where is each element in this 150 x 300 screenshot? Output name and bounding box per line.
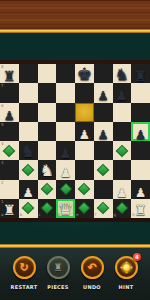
move-hint-diamond[interactable] [42,203,52,213]
bottom-toolbar: ↻ RESTART ♜ PIECES ↶ UNDO 4 HINT [0,248,150,300]
square-h8[interactable]: ♜ [131,64,150,83]
board-frame-bottom [0,218,150,222]
rank-label-3: 3 [1,161,4,165]
chess-piece-icon: ♜ [54,263,63,273]
square-g2[interactable]: ♟ [113,180,132,199]
square-g4[interactable] [113,141,132,160]
chess-board: 8♜♚♞♜7♟♟6♟5♟♟♟4♞♟3♞♟2♟♟♟1a♜bcd♛efgh♜ [0,64,150,218]
file-label-e: e [76,213,78,217]
black-pawn-d4[interactable]: ♟ [60,148,71,159]
restart-button[interactable]: ↻ RESTART [7,248,41,300]
square-f1[interactable]: f [94,199,113,218]
square-b2[interactable]: ♟ [19,180,38,199]
rank-label-7: 7 [1,84,4,88]
black-rook-a8[interactable]: ♜ [3,70,16,83]
square-g6[interactable] [113,103,132,122]
white-queen-d1[interactable]: ♛ [58,202,73,217]
square-g7[interactable]: ♟ [113,83,132,102]
black-knight-b4[interactable]: ♞ [21,145,35,159]
square-d2[interactable] [56,180,75,199]
black-rook-h8[interactable]: ♜ [134,70,147,83]
move-hint-diamond[interactable] [98,203,108,213]
white-knight-c3[interactable]: ♞ [40,164,54,178]
square-e6[interactable] [75,103,94,122]
square-b7[interactable] [19,83,38,102]
square-e3[interactable] [75,160,94,179]
pieces-button-circle: ♜ [47,256,70,279]
square-g3[interactable] [113,160,132,179]
square-d8[interactable] [56,64,75,83]
square-c6[interactable] [38,103,57,122]
square-c2[interactable] [38,180,57,199]
square-e4[interactable] [75,141,94,160]
square-b5[interactable] [19,122,38,141]
white-pawn-d3[interactable]: ♟ [60,167,71,178]
hint-badge: 4 [133,253,141,261]
restart-icon: ↻ [19,262,28,273]
white-rook-a1[interactable]: ♜ [3,204,16,217]
square-g1[interactable]: g [113,199,132,218]
app-screen: 8♜♚♞♜7♟♟6♟5♟♟♟4♞♟3♞♟2♟♟♟1a♜bcd♛efgh♜ ↻ R… [0,0,150,300]
white-pawn-b2[interactable]: ♟ [23,187,34,198]
pieces-label: PIECES [47,284,68,290]
square-g8[interactable]: ♞ [113,64,132,83]
move-hint-diamond[interactable] [117,146,127,156]
move-hint-diamond[interactable] [23,203,33,213]
square-f3[interactable] [94,160,113,179]
file-label-b: b [20,213,23,217]
square-f4[interactable] [94,141,113,160]
black-pawn-g7[interactable]: ♟ [116,90,127,101]
rank-label-4: 4 [1,142,4,146]
square-e1[interactable]: e [75,199,94,218]
file-label-g: g [114,213,117,217]
undo-button-circle: ↶ [81,256,104,279]
square-b6[interactable] [19,103,38,122]
white-pawn-g2[interactable]: ♟ [116,187,127,198]
square-h4[interactable] [131,141,150,160]
square-c3[interactable]: ♞ [38,160,57,179]
move-hint-diamond[interactable] [98,165,108,175]
pieces-button[interactable]: ♜ PIECES [41,248,75,300]
square-c4[interactable] [38,141,57,160]
square-a5[interactable]: 5 [0,122,19,141]
square-d5[interactable] [56,122,75,141]
square-g5[interactable] [113,122,132,141]
square-e2[interactable] [75,180,94,199]
move-hint-diamond[interactable] [117,203,127,213]
square-f6[interactable] [94,103,113,122]
hint-button[interactable]: 4 HINT [109,248,143,300]
move-hint-diamond[interactable] [79,184,89,194]
move-hint-diamond[interactable] [61,184,71,194]
square-d7[interactable] [56,83,75,102]
hint-label: HINT [119,284,134,290]
square-a8[interactable]: 8♜ [0,64,19,83]
square-h7[interactable] [131,83,150,102]
square-d4[interactable]: ♟ [56,141,75,160]
square-c7[interactable] [38,83,57,102]
square-b1[interactable]: b [19,199,38,218]
light-bulb-icon [123,264,130,271]
move-hint-diamond[interactable] [42,184,52,194]
black-pawn-f7[interactable]: ♟ [98,90,109,101]
square-e5[interactable]: ♟ [75,122,94,141]
move-hint-diamond[interactable] [23,165,33,175]
square-d3[interactable]: ♟ [56,160,75,179]
square-f2[interactable] [94,180,113,199]
square-c1[interactable]: c [38,199,57,218]
rank-label-2: 2 [1,181,4,185]
white-pawn-h2[interactable]: ♟ [135,187,146,198]
square-a1[interactable]: 1a♜ [0,199,19,218]
undo-icon: ↶ [87,262,96,273]
move-hint-diamond[interactable] [79,203,89,213]
square-c8[interactable] [38,64,57,83]
rank-label-6: 6 [1,104,4,108]
square-b8[interactable] [19,64,38,83]
file-label-c: c [39,213,41,217]
move-hint-diamond[interactable] [4,146,14,156]
black-pawn-f5[interactable]: ♟ [98,129,109,140]
restart-button-circle: ↻ [13,256,36,279]
square-b3[interactable] [19,160,38,179]
undo-label: UNDO [83,284,101,290]
square-h5[interactable]: ♟ [131,122,150,141]
square-h3[interactable] [131,160,150,179]
square-h6[interactable] [131,103,150,122]
square-f5[interactable]: ♟ [94,122,113,141]
square-d6[interactable] [56,103,75,122]
square-d1[interactable]: d♛ [56,199,75,218]
square-e8[interactable]: ♚ [75,64,94,83]
square-a6[interactable]: 6♟ [0,103,19,122]
black-knight-g8[interactable]: ♞ [115,68,129,82]
square-c5[interactable] [38,122,57,141]
file-label-f: f [95,213,96,217]
top-wood-bar [0,0,150,29]
white-pawn-e5[interactable]: ♟ [79,129,90,140]
undo-button[interactable]: ↶ UNDO [75,248,109,300]
square-h2[interactable]: ♟ [131,180,150,199]
rank-label-5: 5 [1,123,4,127]
square-a7[interactable]: 7 [0,83,19,102]
restart-label: RESTART [11,284,38,290]
square-h1[interactable]: h♜ [131,199,150,218]
square-f7[interactable]: ♟ [94,83,113,102]
white-rook-h1[interactable]: ♜ [134,204,147,217]
square-a2[interactable]: 2 [0,180,19,199]
square-a4[interactable]: 4 [0,141,19,160]
square-f8[interactable] [94,64,113,83]
black-king-e8[interactable]: ♚ [77,67,92,82]
black-pawn-h5[interactable]: ♟ [135,129,146,140]
square-e7[interactable] [75,83,94,102]
square-b4[interactable]: ♞ [19,141,38,160]
square-a3[interactable]: 3 [0,160,19,179]
black-pawn-a6[interactable]: ♟ [4,110,15,121]
